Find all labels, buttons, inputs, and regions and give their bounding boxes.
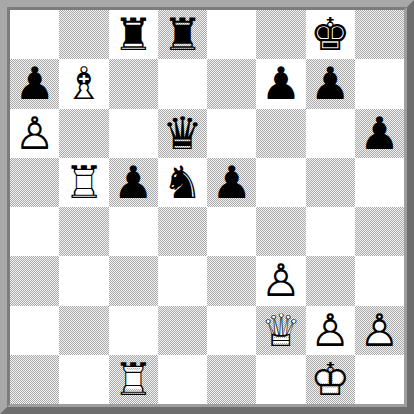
- square-a3[interactable]: [10, 256, 59, 305]
- piece-black-king[interactable]: ♚: [306, 10, 355, 59]
- piece-black-pawn[interactable]: ♟: [306, 59, 355, 108]
- square-g5[interactable]: [306, 158, 355, 207]
- square-d3[interactable]: [158, 256, 207, 305]
- square-f4[interactable]: [256, 207, 305, 256]
- square-c2[interactable]: [109, 306, 158, 355]
- piece-glyph: ♜: [109, 10, 158, 59]
- square-g4[interactable]: [306, 207, 355, 256]
- square-d1[interactable]: [158, 355, 207, 404]
- square-a8[interactable]: [10, 10, 59, 59]
- square-a2[interactable]: [10, 306, 59, 355]
- square-g3[interactable]: [306, 256, 355, 305]
- piece-glyph: ♟: [306, 59, 355, 108]
- square-f1[interactable]: [256, 355, 305, 404]
- square-d5[interactable]: ♞: [158, 158, 207, 207]
- square-a6[interactable]: ♟♙: [10, 109, 59, 158]
- square-c1[interactable]: ♜♖: [109, 355, 158, 404]
- piece-glyph: ♟: [355, 109, 404, 158]
- square-b5[interactable]: ♜♖: [59, 158, 108, 207]
- square-h4[interactable]: [355, 207, 404, 256]
- piece-outline: ♙: [355, 306, 404, 355]
- square-f8[interactable]: [256, 10, 305, 59]
- square-d6[interactable]: ♛: [158, 109, 207, 158]
- piece-black-rook[interactable]: ♜: [158, 10, 207, 59]
- piece-outline: ♙: [256, 256, 305, 305]
- square-a1[interactable]: [10, 355, 59, 404]
- piece-black-rook[interactable]: ♜: [109, 10, 158, 59]
- piece-white-pawn[interactable]: ♟♙: [256, 256, 305, 305]
- square-c3[interactable]: [109, 256, 158, 305]
- square-a7[interactable]: ♟: [10, 59, 59, 108]
- piece-glyph: ♟: [10, 59, 59, 108]
- square-f5[interactable]: [256, 158, 305, 207]
- square-e3[interactable]: [207, 256, 256, 305]
- square-g6[interactable]: [306, 109, 355, 158]
- square-b4[interactable]: [59, 207, 108, 256]
- square-c8[interactable]: ♜: [109, 10, 158, 59]
- piece-glyph: ♞: [158, 158, 207, 207]
- piece-outline: ♙: [306, 306, 355, 355]
- square-h8[interactable]: [355, 10, 404, 59]
- piece-white-pawn[interactable]: ♟♙: [355, 306, 404, 355]
- square-g7[interactable]: ♟: [306, 59, 355, 108]
- piece-glyph: ♛: [158, 109, 207, 158]
- square-e6[interactable]: [207, 109, 256, 158]
- piece-white-bishop[interactable]: ♝♗: [59, 59, 108, 108]
- piece-glyph: ♟: [207, 158, 256, 207]
- square-f2[interactable]: ♛♕: [256, 306, 305, 355]
- square-d8[interactable]: ♜: [158, 10, 207, 59]
- board-bevel: ♜♜♚♟♝♗♟♟♟♙♛♟♜♖♟♞♟♟♙♛♕♟♙♟♙♜♖♚♔: [7, 7, 407, 407]
- square-b1[interactable]: [59, 355, 108, 404]
- piece-black-knight[interactable]: ♞: [158, 158, 207, 207]
- piece-white-queen[interactable]: ♛♕: [256, 306, 305, 355]
- square-h1[interactable]: [355, 355, 404, 404]
- piece-white-pawn[interactable]: ♟♙: [306, 306, 355, 355]
- piece-outline: ♗: [59, 59, 108, 108]
- square-g8[interactable]: ♚: [306, 10, 355, 59]
- piece-black-pawn[interactable]: ♟: [207, 158, 256, 207]
- piece-black-queen[interactable]: ♛: [158, 109, 207, 158]
- square-h5[interactable]: [355, 158, 404, 207]
- piece-glyph: ♟: [109, 158, 158, 207]
- piece-black-pawn[interactable]: ♟: [355, 109, 404, 158]
- board-frame: ♜♜♚♟♝♗♟♟♟♙♛♟♜♖♟♞♟♟♙♛♕♟♙♟♙♜♖♚♔: [0, 0, 414, 414]
- square-h2[interactable]: ♟♙: [355, 306, 404, 355]
- square-a5[interactable]: [10, 158, 59, 207]
- square-e8[interactable]: [207, 10, 256, 59]
- square-g2[interactable]: ♟♙: [306, 306, 355, 355]
- square-c6[interactable]: [109, 109, 158, 158]
- square-b7[interactable]: ♝♗: [59, 59, 108, 108]
- square-b8[interactable]: [59, 10, 108, 59]
- piece-outline: ♔: [306, 355, 355, 404]
- piece-glyph: ♚: [306, 10, 355, 59]
- piece-outline: ♙: [10, 109, 59, 158]
- piece-glyph: ♜: [158, 10, 207, 59]
- square-d7[interactable]: [158, 59, 207, 108]
- piece-black-pawn[interactable]: ♟: [256, 59, 305, 108]
- square-h3[interactable]: [355, 256, 404, 305]
- square-f7[interactable]: ♟: [256, 59, 305, 108]
- square-f3[interactable]: ♟♙: [256, 256, 305, 305]
- piece-outline: ♖: [59, 158, 108, 207]
- square-e1[interactable]: [207, 355, 256, 404]
- piece-white-rook[interactable]: ♜♖: [59, 158, 108, 207]
- chess-board: ♜♜♚♟♝♗♟♟♟♙♛♟♜♖♟♞♟♟♙♛♕♟♙♟♙♜♖♚♔: [10, 10, 404, 404]
- piece-black-pawn[interactable]: ♟: [109, 158, 158, 207]
- square-g1[interactable]: ♚♔: [306, 355, 355, 404]
- square-d4[interactable]: [158, 207, 207, 256]
- square-e7[interactable]: [207, 59, 256, 108]
- square-e4[interactable]: [207, 207, 256, 256]
- piece-black-pawn[interactable]: ♟: [10, 59, 59, 108]
- square-h6[interactable]: ♟: [355, 109, 404, 158]
- square-e5[interactable]: ♟: [207, 158, 256, 207]
- square-c5[interactable]: ♟: [109, 158, 158, 207]
- square-b6[interactable]: [59, 109, 108, 158]
- square-a4[interactable]: [10, 207, 59, 256]
- square-b2[interactable]: [59, 306, 108, 355]
- piece-outline: ♖: [109, 355, 158, 404]
- square-c7[interactable]: [109, 59, 158, 108]
- square-c4[interactable]: [109, 207, 158, 256]
- square-f6[interactable]: [256, 109, 305, 158]
- square-b3[interactable]: [59, 256, 108, 305]
- piece-white-king[interactable]: ♚♔: [306, 355, 355, 404]
- square-h7[interactable]: [355, 59, 404, 108]
- piece-outline: ♕: [256, 306, 305, 355]
- piece-white-rook[interactable]: ♜♖: [109, 355, 158, 404]
- square-d2[interactable]: [158, 306, 207, 355]
- piece-glyph: ♟: [256, 59, 305, 108]
- square-e2[interactable]: [207, 306, 256, 355]
- piece-white-pawn[interactable]: ♟♙: [10, 109, 59, 158]
